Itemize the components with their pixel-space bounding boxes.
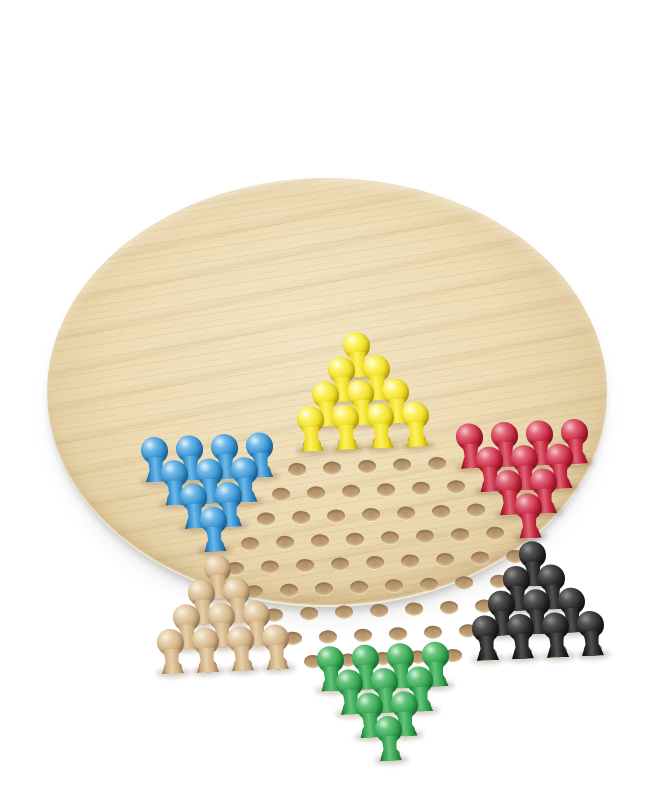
peg-black[interactable] (575, 610, 607, 656)
board-hole[interactable] (430, 594, 467, 620)
peg-red[interactable] (513, 493, 545, 539)
hole-recess (330, 557, 349, 571)
board-hole[interactable] (224, 651, 261, 677)
peg-natural[interactable] (260, 624, 292, 670)
board-hole[interactable] (445, 569, 482, 595)
hole-recess (287, 462, 306, 476)
hole-recess (446, 479, 465, 493)
hole-recess (275, 535, 294, 549)
hole-recess (271, 487, 290, 501)
peg-yellow[interactable] (295, 406, 327, 452)
board-hole[interactable] (372, 741, 409, 767)
peg-black[interactable] (470, 615, 502, 661)
board-hole[interactable] (438, 473, 475, 499)
hole-recess (423, 625, 442, 639)
board-hole[interactable] (305, 576, 342, 602)
hole-recess (299, 606, 318, 620)
board-hole[interactable] (574, 636, 611, 662)
board-hole[interactable] (232, 531, 269, 557)
board-hole[interactable] (290, 600, 327, 626)
hole-recess (450, 527, 469, 541)
peg-yellow[interactable] (400, 401, 432, 447)
board-hole[interactable] (387, 500, 424, 526)
board-hole[interactable] (407, 523, 444, 549)
peg-natural[interactable] (190, 627, 222, 673)
board-hole[interactable] (251, 554, 288, 580)
board-hole[interactable] (270, 577, 307, 603)
hole-recess (415, 529, 434, 543)
board-grid (130, 348, 619, 776)
hole-recess (400, 554, 419, 568)
hole-recess (427, 456, 446, 470)
board-hole[interactable] (313, 455, 350, 481)
hole-recess (485, 526, 504, 540)
board-hole[interactable] (263, 481, 300, 507)
hole-recess (314, 581, 333, 595)
hole-recess (380, 530, 399, 544)
hole-recess (349, 580, 368, 594)
board-hole[interactable] (375, 572, 412, 598)
board-hole[interactable] (399, 427, 436, 453)
hole-recess (318, 629, 337, 643)
board-hole[interactable] (340, 574, 377, 600)
board-hole[interactable] (259, 650, 296, 676)
board-hole[interactable] (422, 498, 459, 524)
hole-recess (341, 484, 360, 498)
hole-recess (431, 504, 450, 518)
hole-recess (365, 555, 384, 569)
hole-recess (404, 602, 423, 616)
hole-recess (279, 583, 298, 597)
board-hole[interactable] (321, 551, 358, 577)
board-hole[interactable] (504, 639, 541, 665)
board-hole[interactable] (302, 528, 339, 554)
hole-recess (361, 507, 380, 521)
board-hole[interactable] (418, 450, 455, 476)
hole-recess (260, 560, 279, 574)
chinese-checkers-board (47, 178, 607, 607)
board-hole[interactable] (426, 546, 463, 572)
hole-recess (310, 533, 329, 547)
hole-recess (419, 577, 438, 591)
hole-recess (326, 509, 345, 523)
hole-recess (291, 510, 310, 524)
board-hole[interactable] (286, 552, 323, 578)
board-hole[interactable] (189, 653, 226, 679)
hole-recess (466, 503, 485, 517)
peg-black[interactable] (505, 613, 537, 659)
peg-green[interactable] (373, 715, 405, 761)
hole-recess (411, 481, 430, 495)
board-row (372, 741, 409, 767)
hole-recess (345, 532, 364, 546)
hole-recess (353, 628, 372, 642)
board-hole[interactable] (337, 526, 374, 552)
board-hole[interactable] (395, 596, 432, 622)
board-hole[interactable] (461, 545, 498, 571)
hole-recess (334, 605, 353, 619)
hole-recess (439, 600, 458, 614)
board-hole[interactable] (356, 549, 393, 575)
board-hole[interactable] (298, 480, 335, 506)
hole-recess (376, 482, 395, 496)
board-hole[interactable] (368, 476, 405, 502)
board-hole[interactable] (539, 638, 576, 664)
peg-natural[interactable] (225, 625, 257, 671)
peg-black[interactable] (540, 612, 572, 658)
hole-recess (384, 578, 403, 592)
hole-recess (392, 458, 411, 472)
board-hole[interactable] (360, 597, 397, 623)
board-hole[interactable] (352, 501, 389, 527)
board-hole[interactable] (278, 456, 315, 482)
hole-recess (470, 551, 489, 565)
hole-recess (295, 558, 314, 572)
board-hole[interactable] (477, 520, 514, 546)
board-hole[interactable] (469, 641, 506, 667)
hole-recess (306, 485, 325, 499)
hole-recess (322, 461, 341, 475)
board-hole[interactable] (383, 452, 420, 478)
board-hole[interactable] (325, 599, 362, 625)
peg-natural[interactable] (155, 628, 187, 674)
hole-recess (256, 512, 275, 526)
hole-recess (435, 552, 454, 566)
board-hole[interactable] (329, 430, 366, 456)
peg-yellow[interactable] (365, 403, 397, 449)
board-hole[interactable] (403, 475, 440, 501)
peg-yellow[interactable] (330, 404, 362, 450)
board-hole[interactable] (333, 478, 370, 504)
board-hole[interactable] (442, 521, 479, 547)
board-hole[interactable] (294, 432, 331, 458)
board-hole[interactable] (282, 504, 319, 530)
hole-recess (388, 626, 407, 640)
board-hole[interactable] (410, 571, 447, 597)
hole-recess (240, 536, 259, 550)
board-hole[interactable] (348, 453, 385, 479)
peg-blue[interactable] (198, 506, 230, 552)
board-hole[interactable] (154, 654, 191, 680)
board-hole[interactable] (457, 497, 494, 523)
board-hole[interactable] (364, 428, 401, 454)
hole-recess (454, 575, 473, 589)
hole-recess (396, 506, 415, 520)
board-hole[interactable] (267, 529, 304, 555)
board-hole[interactable] (247, 506, 284, 532)
board-hole[interactable] (372, 524, 409, 550)
hole-recess (369, 603, 388, 617)
hole-recess (357, 459, 376, 473)
board-hole[interactable] (317, 503, 354, 529)
product-photo-scene (0, 0, 650, 800)
board-hole[interactable] (391, 548, 428, 574)
